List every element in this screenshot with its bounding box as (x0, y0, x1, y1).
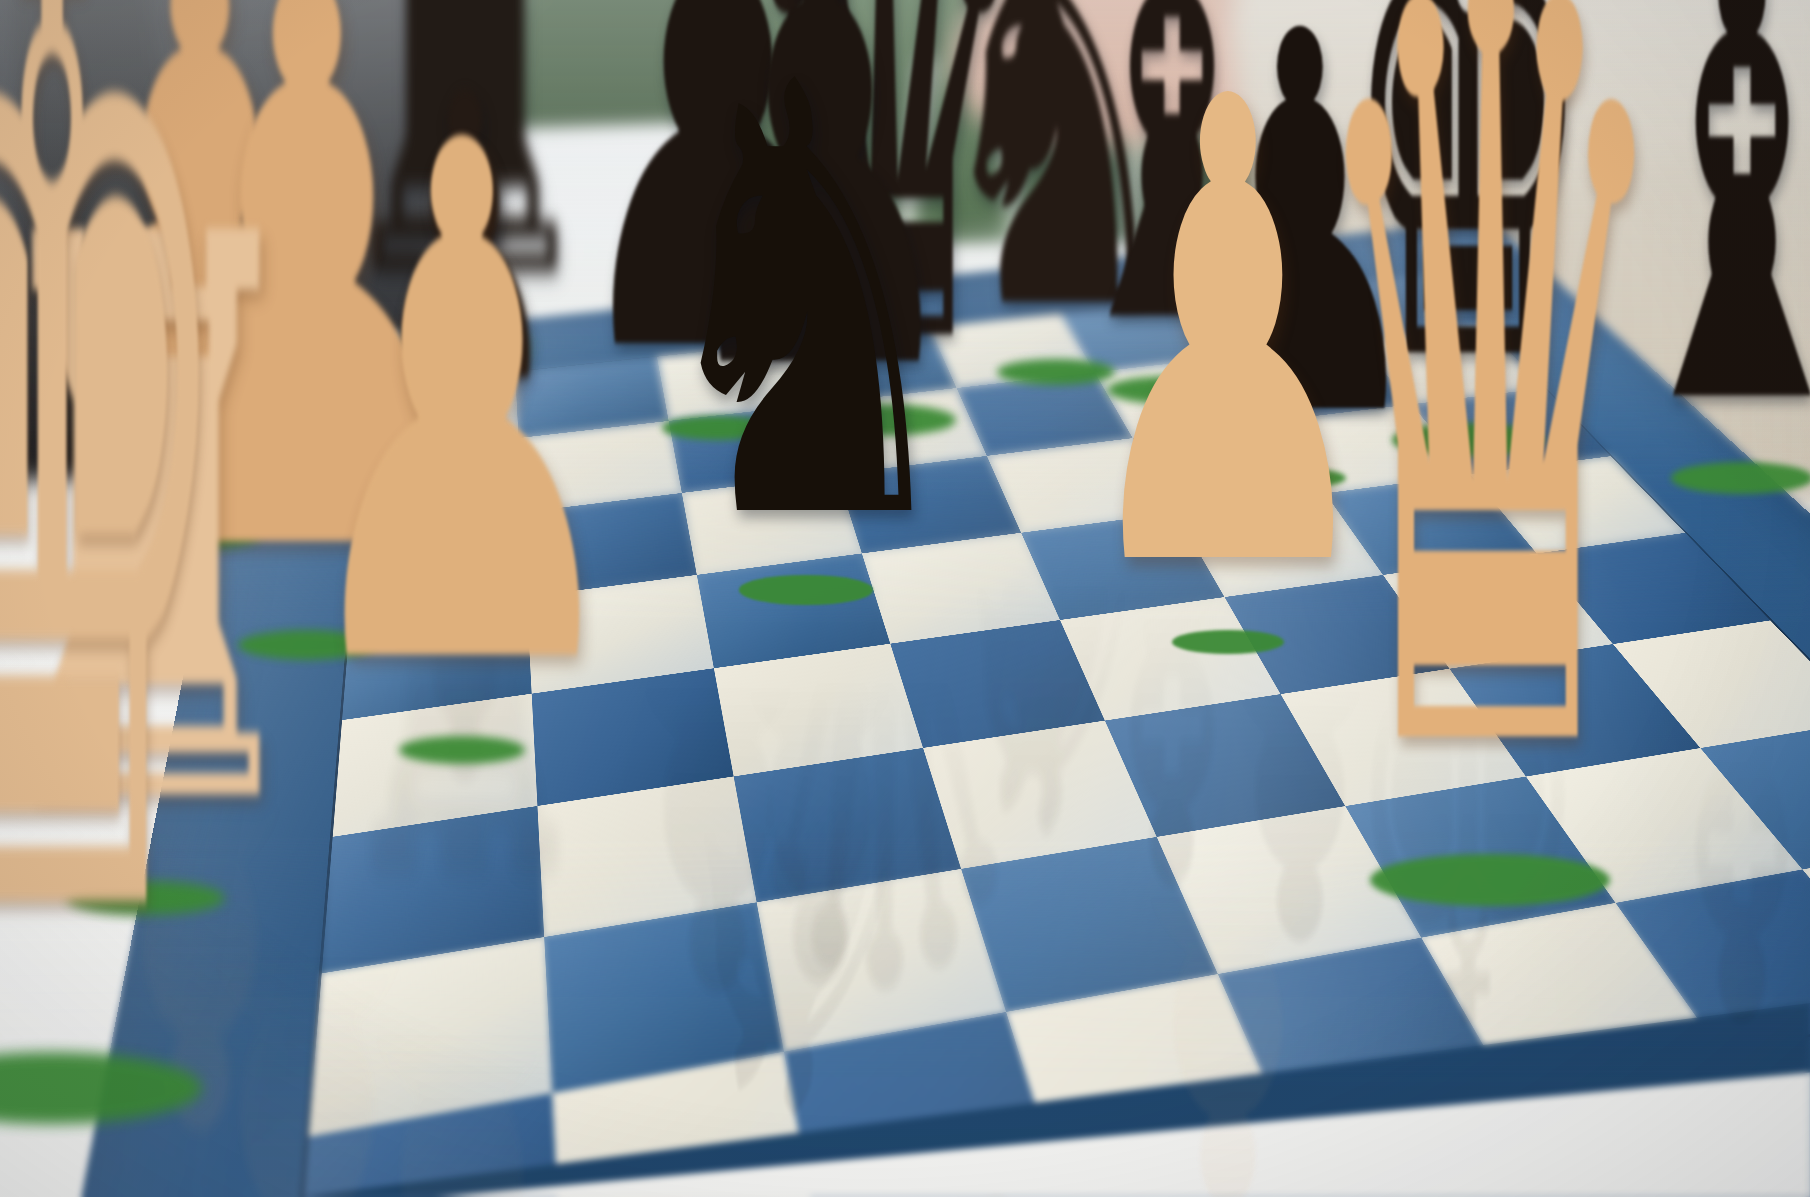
black-knight-glyph: ♞ (641, 8, 971, 602)
black-knight-reflection: ♞ (641, 590, 971, 1184)
white-queen-glyph: ♛ (1299, 0, 1682, 901)
chess-photo-scene: ♚♚♜♜♟♟♟♟♟♟♟♟♛♛♞♞♟♟♟♟♟♟♛♛♞♞♝♝♟♟♚♚♝♝♜♜ (0, 0, 1810, 1197)
white-king-glyph: ♚ (0, 0, 240, 1116)
white-pawn-glyph: ♟ (286, 52, 637, 764)
pieces-layer: ♚♚♜♜♟♟♟♟♟♟♟♟♛♛♞♞♟♟♟♟♟♟♛♛♞♞♝♝♟♟♚♚♝♝♜♜ (0, 0, 1810, 1197)
